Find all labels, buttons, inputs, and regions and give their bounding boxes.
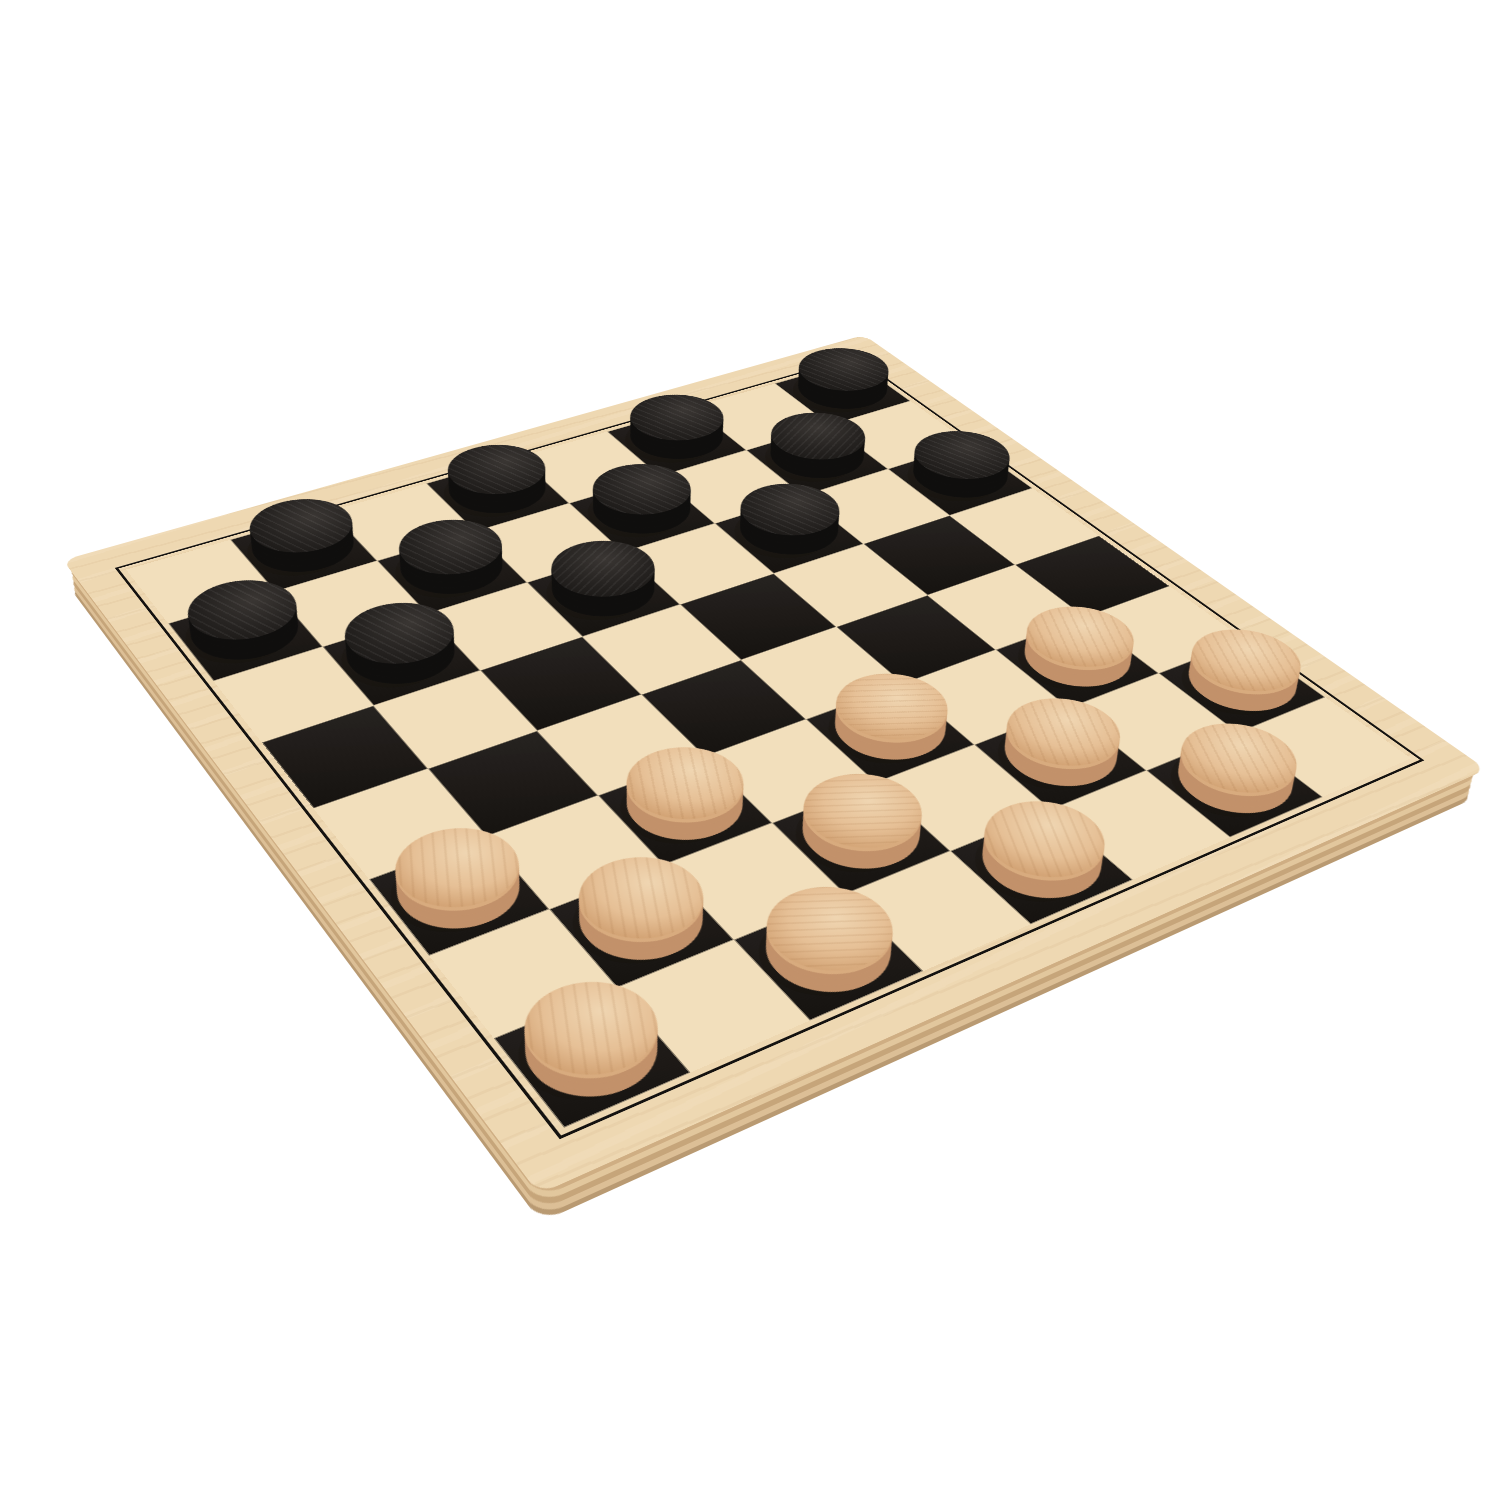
wood-checker [813,688,967,778]
checkers-board [63,335,1487,1194]
checkers-board-photo [0,0,1500,1500]
